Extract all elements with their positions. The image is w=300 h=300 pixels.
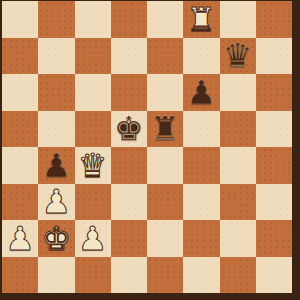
square-a6[interactable] xyxy=(2,74,38,111)
square-a8[interactable] xyxy=(2,1,38,38)
square-f3[interactable] xyxy=(183,184,219,221)
square-d2[interactable] xyxy=(111,220,147,257)
square-f8[interactable]: ♜ xyxy=(183,1,219,38)
square-b4[interactable]: ♟ xyxy=(38,147,74,184)
square-e6[interactable] xyxy=(147,74,183,111)
square-g2[interactable] xyxy=(220,220,256,257)
square-d3[interactable] xyxy=(111,184,147,221)
square-c1[interactable] xyxy=(75,257,111,294)
chess-board: ♜♛♟♚♜♟♛♟♟♚♟ xyxy=(0,0,300,300)
square-g1[interactable] xyxy=(220,257,256,294)
black-pawn[interactable]: ♟ xyxy=(187,76,217,109)
board-grid: ♜♛♟♚♜♟♛♟♟♚♟ xyxy=(2,1,292,293)
square-f6[interactable]: ♟ xyxy=(183,74,219,111)
white-king[interactable]: ♚ xyxy=(42,222,72,255)
square-g4[interactable] xyxy=(220,147,256,184)
square-d4[interactable] xyxy=(111,147,147,184)
square-c3[interactable] xyxy=(75,184,111,221)
square-g5[interactable] xyxy=(220,111,256,148)
square-a2[interactable]: ♟ xyxy=(2,220,38,257)
square-b6[interactable] xyxy=(38,74,74,111)
square-h1[interactable] xyxy=(256,257,292,294)
square-c7[interactable] xyxy=(75,38,111,75)
square-c5[interactable] xyxy=(75,111,111,148)
white-rook[interactable]: ♜ xyxy=(187,3,217,36)
square-e2[interactable] xyxy=(147,220,183,257)
square-a5[interactable] xyxy=(2,111,38,148)
square-g8[interactable] xyxy=(220,1,256,38)
square-d6[interactable] xyxy=(111,74,147,111)
square-b8[interactable] xyxy=(38,1,74,38)
square-g7[interactable]: ♛ xyxy=(220,38,256,75)
square-e1[interactable] xyxy=(147,257,183,294)
square-h2[interactable] xyxy=(256,220,292,257)
square-a7[interactable] xyxy=(2,38,38,75)
square-a4[interactable] xyxy=(2,147,38,184)
square-c2[interactable]: ♟ xyxy=(75,220,111,257)
square-d7[interactable] xyxy=(111,38,147,75)
black-queen[interactable]: ♛ xyxy=(223,39,253,72)
black-rook[interactable]: ♜ xyxy=(150,112,180,145)
square-b3[interactable]: ♟ xyxy=(38,184,74,221)
white-pawn[interactable]: ♟ xyxy=(42,185,72,218)
square-h8[interactable] xyxy=(256,1,292,38)
square-g6[interactable] xyxy=(220,74,256,111)
square-e3[interactable] xyxy=(147,184,183,221)
square-e8[interactable] xyxy=(147,1,183,38)
square-h3[interactable] xyxy=(256,184,292,221)
square-d1[interactable] xyxy=(111,257,147,294)
square-c4[interactable]: ♛ xyxy=(75,147,111,184)
square-a3[interactable] xyxy=(2,184,38,221)
square-g3[interactable] xyxy=(220,184,256,221)
square-c8[interactable] xyxy=(75,1,111,38)
square-f7[interactable] xyxy=(183,38,219,75)
square-d5[interactable]: ♚ xyxy=(111,111,147,148)
square-h5[interactable] xyxy=(256,111,292,148)
white-queen[interactable]: ♛ xyxy=(78,149,108,182)
square-d8[interactable] xyxy=(111,1,147,38)
white-pawn[interactable]: ♟ xyxy=(5,222,35,255)
black-pawn[interactable]: ♟ xyxy=(42,149,72,182)
square-e5[interactable]: ♜ xyxy=(147,111,183,148)
square-h6[interactable] xyxy=(256,74,292,111)
black-king[interactable]: ♚ xyxy=(114,112,144,145)
square-b5[interactable] xyxy=(38,111,74,148)
square-f5[interactable] xyxy=(183,111,219,148)
white-pawn[interactable]: ♟ xyxy=(78,222,108,255)
square-c6[interactable] xyxy=(75,74,111,111)
square-a1[interactable] xyxy=(2,257,38,294)
square-e4[interactable] xyxy=(147,147,183,184)
square-h7[interactable] xyxy=(256,38,292,75)
square-f1[interactable] xyxy=(183,257,219,294)
square-b2[interactable]: ♚ xyxy=(38,220,74,257)
square-h4[interactable] xyxy=(256,147,292,184)
square-e7[interactable] xyxy=(147,38,183,75)
square-b1[interactable] xyxy=(38,257,74,294)
square-f2[interactable] xyxy=(183,220,219,257)
square-b7[interactable] xyxy=(38,38,74,75)
square-f4[interactable] xyxy=(183,147,219,184)
